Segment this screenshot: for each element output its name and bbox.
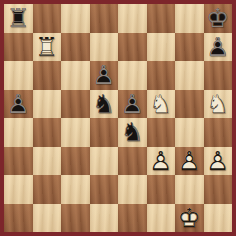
square-d2[interactable] <box>90 175 119 204</box>
square-c3[interactable] <box>61 147 90 176</box>
white-knight-glyph-outline: ♘ <box>147 90 176 119</box>
square-a5[interactable]: ♟♙ <box>4 90 33 119</box>
white-knight-glyph-fill: ♞ <box>204 90 233 119</box>
black-pawn-glyph-fill: ♟ <box>204 33 233 62</box>
square-b2[interactable] <box>33 175 62 204</box>
square-f5[interactable]: ♞♘ <box>147 90 176 119</box>
white-pawn-glyph-outline: ♙ <box>175 147 204 176</box>
square-g4[interactable] <box>175 118 204 147</box>
black-pawn-glyph-outline: ♙ <box>4 90 33 119</box>
white-pawn-glyph-fill: ♟ <box>147 147 176 176</box>
white-king-glyph-outline: ♔ <box>175 204 204 233</box>
square-g8[interactable] <box>175 4 204 33</box>
square-e6[interactable] <box>118 61 147 90</box>
square-d7[interactable] <box>90 33 119 62</box>
square-g1[interactable]: ♚♔ <box>175 204 204 233</box>
square-f4[interactable] <box>147 118 176 147</box>
square-c7[interactable] <box>61 33 90 62</box>
square-a8[interactable]: ♜♖ <box>4 4 33 33</box>
piece-black-pawn[interactable]: ♟♙ <box>4 90 33 119</box>
square-g5[interactable] <box>175 90 204 119</box>
black-knight-glyph-fill: ♞ <box>90 90 119 119</box>
piece-white-knight[interactable]: ♞♘ <box>204 90 233 119</box>
square-c5[interactable] <box>61 90 90 119</box>
black-rook-glyph-outline: ♖ <box>4 4 33 33</box>
square-d6[interactable]: ♟♙ <box>90 61 119 90</box>
square-g7[interactable] <box>175 33 204 62</box>
square-e2[interactable] <box>118 175 147 204</box>
white-pawn-glyph-fill: ♟ <box>175 147 204 176</box>
square-e3[interactable] <box>118 147 147 176</box>
black-pawn-glyph-outline: ♙ <box>90 61 119 90</box>
square-a7[interactable] <box>4 33 33 62</box>
white-pawn-glyph-outline: ♙ <box>204 147 233 176</box>
black-rook-glyph-fill: ♜ <box>4 4 33 33</box>
black-pawn-glyph-fill: ♟ <box>4 90 33 119</box>
square-b1[interactable] <box>33 204 62 233</box>
black-pawn-glyph-fill: ♟ <box>90 61 119 90</box>
square-b7[interactable]: ♜♖ <box>33 33 62 62</box>
square-c8[interactable] <box>61 4 90 33</box>
square-d3[interactable] <box>90 147 119 176</box>
square-h2[interactable] <box>204 175 233 204</box>
black-knight-glyph-outline: ♘ <box>118 118 147 147</box>
square-d8[interactable] <box>90 4 119 33</box>
square-b3[interactable] <box>33 147 62 176</box>
square-a3[interactable] <box>4 147 33 176</box>
piece-white-knight[interactable]: ♞♘ <box>147 90 176 119</box>
white-rook-glyph-fill: ♜ <box>33 33 62 62</box>
black-king-glyph-outline: ♔ <box>204 4 233 33</box>
square-a2[interactable] <box>4 175 33 204</box>
piece-black-rook[interactable]: ♜♖ <box>4 4 33 33</box>
piece-white-pawn[interactable]: ♟♙ <box>147 147 176 176</box>
black-pawn-glyph-outline: ♙ <box>118 90 147 119</box>
piece-white-rook[interactable]: ♜♖ <box>33 33 62 62</box>
square-e1[interactable] <box>118 204 147 233</box>
square-h8[interactable]: ♚♔ <box>204 4 233 33</box>
square-b8[interactable] <box>33 4 62 33</box>
black-knight-glyph-outline: ♘ <box>90 90 119 119</box>
piece-black-pawn[interactable]: ♟♙ <box>90 61 119 90</box>
square-c1[interactable] <box>61 204 90 233</box>
black-king-glyph-fill: ♚ <box>204 4 233 33</box>
square-h3[interactable]: ♟♙ <box>204 147 233 176</box>
square-a6[interactable] <box>4 61 33 90</box>
black-knight-glyph-fill: ♞ <box>118 118 147 147</box>
square-g6[interactable] <box>175 61 204 90</box>
white-knight-glyph-fill: ♞ <box>147 90 176 119</box>
square-h1[interactable] <box>204 204 233 233</box>
piece-white-pawn[interactable]: ♟♙ <box>175 147 204 176</box>
square-h7[interactable]: ♟♙ <box>204 33 233 62</box>
chess-board: ♜♖♚♔♜♖♟♙♟♙♟♙♞♘♟♙♞♘♞♘♞♘♟♙♟♙♟♙♚♔ <box>4 4 232 232</box>
square-f2[interactable] <box>147 175 176 204</box>
piece-white-pawn[interactable]: ♟♙ <box>204 147 233 176</box>
square-c2[interactable] <box>61 175 90 204</box>
piece-black-pawn[interactable]: ♟♙ <box>118 90 147 119</box>
square-b5[interactable] <box>33 90 62 119</box>
square-d5[interactable]: ♞♘ <box>90 90 119 119</box>
square-a1[interactable] <box>4 204 33 233</box>
square-f7[interactable] <box>147 33 176 62</box>
square-b6[interactable] <box>33 61 62 90</box>
square-c4[interactable] <box>61 118 90 147</box>
square-g2[interactable] <box>175 175 204 204</box>
white-rook-glyph-outline: ♖ <box>33 33 62 62</box>
piece-black-king[interactable]: ♚♔ <box>204 4 233 33</box>
piece-black-pawn[interactable]: ♟♙ <box>204 33 233 62</box>
white-pawn-glyph-outline: ♙ <box>147 147 176 176</box>
square-d1[interactable] <box>90 204 119 233</box>
square-c6[interactable] <box>61 61 90 90</box>
square-e4[interactable]: ♞♘ <box>118 118 147 147</box>
piece-black-knight[interactable]: ♞♘ <box>90 90 119 119</box>
board-frame: ♜♖♚♔♜♖♟♙♟♙♟♙♞♘♟♙♞♘♞♘♞♘♟♙♟♙♟♙♚♔ <box>0 0 236 236</box>
square-h5[interactable]: ♞♘ <box>204 90 233 119</box>
square-f8[interactable] <box>147 4 176 33</box>
square-d4[interactable] <box>90 118 119 147</box>
square-f3[interactable]: ♟♙ <box>147 147 176 176</box>
piece-white-king[interactable]: ♚♔ <box>175 204 204 233</box>
piece-black-knight[interactable]: ♞♘ <box>118 118 147 147</box>
black-pawn-glyph-outline: ♙ <box>204 33 233 62</box>
square-e7[interactable] <box>118 33 147 62</box>
white-king-glyph-fill: ♚ <box>175 204 204 233</box>
square-b4[interactable] <box>33 118 62 147</box>
square-f6[interactable] <box>147 61 176 90</box>
white-knight-glyph-outline: ♘ <box>204 90 233 119</box>
square-f1[interactable] <box>147 204 176 233</box>
white-pawn-glyph-fill: ♟ <box>204 147 233 176</box>
square-h6[interactable] <box>204 61 233 90</box>
square-e8[interactable] <box>118 4 147 33</box>
square-h4[interactable] <box>204 118 233 147</box>
black-pawn-glyph-fill: ♟ <box>118 90 147 119</box>
square-e5[interactable]: ♟♙ <box>118 90 147 119</box>
square-g3[interactable]: ♟♙ <box>175 147 204 176</box>
square-a4[interactable] <box>4 118 33 147</box>
